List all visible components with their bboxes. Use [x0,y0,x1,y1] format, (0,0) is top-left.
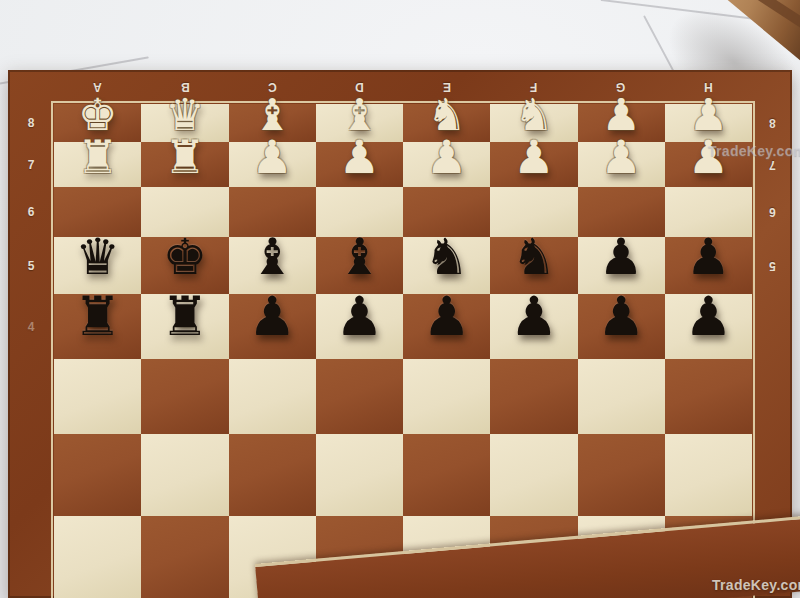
square-a4: ♜ [54,294,141,359]
square-g7: ♟ [578,142,665,187]
piece-white-pawn: ♟ [252,133,293,179]
piece-white-pawn: ♟ [339,133,380,179]
coordinate-label: 7 [769,158,776,172]
piece-black-bishop: ♝ [337,232,382,282]
square-c3 [229,359,316,434]
piece-black-pawn: ♟ [422,290,470,344]
square-a3 [54,359,141,434]
tradekey-watermark: TradeKey.com [708,143,800,159]
square-f7: ♟ [490,142,577,187]
chess-board: ABCDEFGH 87654 8765 ♚♛♝♝♞♞♟♟♜♜♟♟♟♟♟♟♛♚♝♝… [8,70,792,598]
piece-black-rook: ♜ [161,290,209,344]
piece-black-pawn: ♟ [686,232,731,282]
piece-white-pawn: ♟ [601,133,642,179]
square-e2 [403,434,490,516]
square-a7: ♜ [54,142,141,187]
square-b7: ♜ [141,142,228,187]
coordinate-label: 5 [28,259,35,273]
square-e4: ♟ [403,294,490,359]
square-h3 [665,359,752,434]
piece-white-rook: ♜ [77,133,118,179]
square-f3 [490,359,577,434]
piece-black-queen: ♛ [75,232,120,282]
piece-black-pawn: ♟ [248,290,296,344]
coordinate-label: 7 [28,158,35,172]
file-labels-top: ABCDEFGH [54,70,752,104]
square-b3 [141,359,228,434]
square-b1 [141,516,228,598]
square-b4: ♜ [141,294,228,359]
square-a2 [54,434,141,516]
piece-black-knight: ♞ [424,232,469,282]
square-e3 [403,359,490,434]
square-c4: ♟ [229,294,316,359]
square-f2 [490,434,577,516]
square-b2 [141,434,228,516]
square-g4: ♟ [578,294,665,359]
square-a1 [54,516,141,598]
piece-black-king: ♚ [162,232,207,282]
piece-black-pawn: ♟ [684,290,732,344]
piece-black-rook: ♜ [73,290,121,344]
piece-black-pawn: ♟ [335,290,383,344]
piece-white-pawn: ♟ [513,133,554,179]
square-h4: ♟ [665,294,752,359]
photo-frame: ABCDEFGH 87654 8765 ♚♛♝♝♞♞♟♟♜♜♟♟♟♟♟♟♛♚♝♝… [0,0,800,598]
coordinate-label: 6 [28,205,35,219]
piece-black-pawn: ♟ [599,232,644,282]
square-d2 [316,434,403,516]
board-grid: ♚♛♝♝♞♞♟♟♜♜♟♟♟♟♟♟♛♚♝♝♞♞♟♟♜♜♟♟♟♟♟♟ [54,104,752,598]
piece-black-knight: ♞ [511,232,556,282]
square-c7: ♟ [229,142,316,187]
piece-black-bishop: ♝ [250,232,295,282]
square-d4: ♟ [316,294,403,359]
piece-white-rook: ♜ [164,133,205,179]
square-d3 [316,359,403,434]
square-e7: ♟ [403,142,490,187]
square-f4: ♟ [490,294,577,359]
square-h2 [665,434,752,516]
square-g2 [578,434,665,516]
square-c2 [229,434,316,516]
rank-labels-left: 87654 [8,104,54,598]
square-d7: ♟ [316,142,403,187]
piece-white-pawn: ♟ [426,133,467,179]
piece-black-pawn: ♟ [597,290,645,344]
coordinate-label: 8 [769,116,776,130]
coordinate-label: 6 [769,205,776,219]
coordinate-label: 5 [769,259,776,273]
piece-black-pawn: ♟ [510,290,558,344]
tradekey-watermark: TradeKey.com [712,577,800,593]
coordinate-label: 8 [28,116,35,130]
coordinate-label: 4 [28,320,35,334]
square-g3 [578,359,665,434]
